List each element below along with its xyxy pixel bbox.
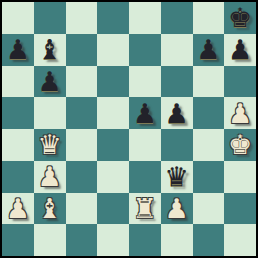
square-b2[interactable]: ♝: [34, 193, 66, 225]
square-g2[interactable]: [193, 193, 225, 225]
square-g7[interactable]: ♟: [193, 34, 225, 66]
piece-black-bishop[interactable]: ♝: [34, 34, 66, 66]
square-b7[interactable]: ♝: [34, 34, 66, 66]
piece-black-pawn[interactable]: ♟: [224, 34, 256, 66]
square-b8[interactable]: [34, 2, 66, 34]
square-c1[interactable]: [66, 224, 98, 256]
square-a5[interactable]: [2, 97, 34, 129]
square-h7[interactable]: ♟: [224, 34, 256, 66]
square-d5[interactable]: [97, 97, 129, 129]
square-e5[interactable]: ♟: [129, 97, 161, 129]
square-e2[interactable]: ♜: [129, 193, 161, 225]
square-c4[interactable]: [66, 129, 98, 161]
square-c3[interactable]: [66, 161, 98, 193]
piece-black-pawn[interactable]: ♟: [34, 66, 66, 98]
square-b3[interactable]: ♟: [34, 161, 66, 193]
square-d6[interactable]: [97, 66, 129, 98]
square-e7[interactable]: [129, 34, 161, 66]
square-a6[interactable]: [2, 66, 34, 98]
piece-white-pawn[interactable]: ♟: [161, 193, 193, 225]
piece-white-pawn[interactable]: ♟: [224, 97, 256, 129]
square-h5[interactable]: ♟: [224, 97, 256, 129]
square-f8[interactable]: [161, 2, 193, 34]
square-d8[interactable]: [97, 2, 129, 34]
square-g8[interactable]: [193, 2, 225, 34]
square-d3[interactable]: [97, 161, 129, 193]
square-c6[interactable]: [66, 66, 98, 98]
square-f3[interactable]: ♛: [161, 161, 193, 193]
piece-white-king[interactable]: ♚: [224, 129, 256, 161]
square-h1[interactable]: [224, 224, 256, 256]
square-a4[interactable]: [2, 129, 34, 161]
square-d7[interactable]: [97, 34, 129, 66]
square-h6[interactable]: [224, 66, 256, 98]
square-d4[interactable]: [97, 129, 129, 161]
square-a8[interactable]: [2, 2, 34, 34]
square-f6[interactable]: [161, 66, 193, 98]
square-f7[interactable]: [161, 34, 193, 66]
piece-white-bishop[interactable]: ♝: [34, 193, 66, 225]
square-c2[interactable]: [66, 193, 98, 225]
square-g1[interactable]: [193, 224, 225, 256]
square-a2[interactable]: ♟: [2, 193, 34, 225]
piece-black-king[interactable]: ♚: [224, 2, 256, 34]
square-b6[interactable]: ♟: [34, 66, 66, 98]
square-c8[interactable]: [66, 2, 98, 34]
square-f5[interactable]: ♟: [161, 97, 193, 129]
piece-white-pawn[interactable]: ♟: [2, 193, 34, 225]
square-g5[interactable]: [193, 97, 225, 129]
square-a1[interactable]: [2, 224, 34, 256]
square-b1[interactable]: [34, 224, 66, 256]
square-d1[interactable]: [97, 224, 129, 256]
square-h3[interactable]: [224, 161, 256, 193]
piece-black-pawn[interactable]: ♟: [2, 34, 34, 66]
piece-black-pawn[interactable]: ♟: [129, 97, 161, 129]
square-c7[interactable]: [66, 34, 98, 66]
square-f4[interactable]: [161, 129, 193, 161]
square-f2[interactable]: ♟: [161, 193, 193, 225]
piece-black-pawn[interactable]: ♟: [193, 34, 225, 66]
square-h8[interactable]: ♚: [224, 2, 256, 34]
square-a3[interactable]: [2, 161, 34, 193]
square-a7[interactable]: ♟: [2, 34, 34, 66]
square-e8[interactable]: [129, 2, 161, 34]
piece-black-pawn[interactable]: ♟: [161, 97, 193, 129]
square-c5[interactable]: [66, 97, 98, 129]
square-h2[interactable]: [224, 193, 256, 225]
square-e3[interactable]: [129, 161, 161, 193]
square-d2[interactable]: [97, 193, 129, 225]
square-g3[interactable]: [193, 161, 225, 193]
chess-board: ♚♟♝♟♟♟♟♟♟♛♚♟♛♟♝♜♟: [0, 0, 258, 258]
piece-white-rook[interactable]: ♜: [129, 193, 161, 225]
square-e6[interactable]: [129, 66, 161, 98]
square-g6[interactable]: [193, 66, 225, 98]
square-b4[interactable]: ♛: [34, 129, 66, 161]
square-g4[interactable]: [193, 129, 225, 161]
square-h4[interactable]: ♚: [224, 129, 256, 161]
piece-white-pawn[interactable]: ♟: [34, 161, 66, 193]
square-e1[interactable]: [129, 224, 161, 256]
square-e4[interactable]: [129, 129, 161, 161]
piece-white-queen[interactable]: ♛: [34, 129, 66, 161]
piece-black-queen[interactable]: ♛: [161, 161, 193, 193]
square-b5[interactable]: [34, 97, 66, 129]
square-f1[interactable]: [161, 224, 193, 256]
